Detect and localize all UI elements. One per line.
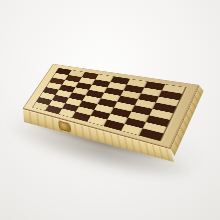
scene <box>0 0 220 220</box>
brass-latch-icon <box>59 122 70 132</box>
